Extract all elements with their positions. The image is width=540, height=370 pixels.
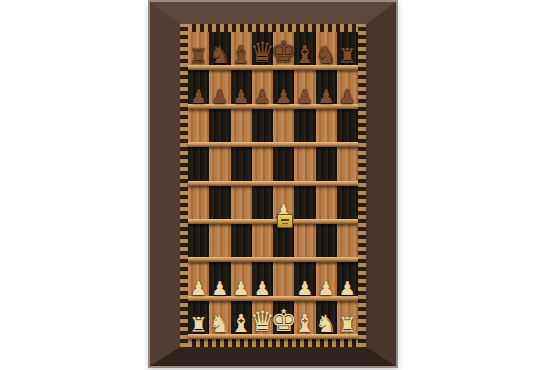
shelf-4 xyxy=(188,181,358,186)
shelf-3 xyxy=(188,142,358,147)
square-b2: ♟ xyxy=(209,262,230,300)
square-c2: ♟ xyxy=(231,262,252,300)
square-a7: ♟ xyxy=(188,70,209,108)
square-b1: ♞ xyxy=(209,301,230,339)
square-h2: ♟ xyxy=(337,262,358,300)
square-e1: ♚ xyxy=(273,301,294,339)
piece-black-pawn-c7: ♟ xyxy=(233,87,250,106)
square-e7: ♟ xyxy=(273,70,294,108)
square-g2: ♟ xyxy=(316,262,337,300)
square-h7: ♟ xyxy=(337,70,358,108)
piece-black-pawn-g7: ♟ xyxy=(318,87,335,106)
square-f7: ♟ xyxy=(294,70,315,108)
product-photo-vertical-chessboard: ♜♞♝♛♚♝♞♜♟♟♟♟♟♟♟♟♟♟♟♟♟♟♟♟♜♞♝♛♚♝♞♜ xyxy=(0,0,540,370)
shelf-6 xyxy=(188,257,358,262)
piece-white-rook-a1: ♜ xyxy=(189,315,208,336)
square-c7: ♟ xyxy=(231,70,252,108)
piece-white-knight-g1: ♞ xyxy=(315,312,337,336)
piece-white-pawn-g2: ♟ xyxy=(318,279,335,298)
piece-white-pawn-a2: ♟ xyxy=(190,279,207,298)
square-a8: ♜ xyxy=(188,32,209,70)
piece-black-pawn-e7: ♟ xyxy=(275,87,292,106)
piece-black-rook-h8: ♜ xyxy=(338,46,357,67)
piece-black-rook-a8: ♜ xyxy=(189,46,208,67)
chess-board: ♜♞♝♛♚♝♞♜♟♟♟♟♟♟♟♟♟♟♟♟♟♟♟♟♜♞♝♛♚♝♞♜ xyxy=(188,32,358,339)
square-b8: ♞ xyxy=(209,32,230,70)
piece-black-pawn-h7: ♟ xyxy=(339,87,356,106)
square-d7: ♟ xyxy=(252,70,273,108)
square-g1: ♞ xyxy=(316,301,337,339)
square-e8: ♚ xyxy=(273,32,294,70)
frame-outer-rim: ♜♞♝♛♚♝♞♜♟♟♟♟♟♟♟♟♟♟♟♟♟♟♟♟♜♞♝♛♚♝♞♜ xyxy=(148,0,398,368)
square-g8: ♞ xyxy=(316,32,337,70)
square-d2: ♟ xyxy=(252,262,273,300)
piece-black-knight-g8: ♞ xyxy=(315,43,337,67)
frame-content: ♜♞♝♛♚♝♞♜♟♟♟♟♟♟♟♟♟♟♟♟♟♟♟♟♜♞♝♛♚♝♞♜ xyxy=(180,24,366,347)
piece-black-pawn-b7: ♟ xyxy=(211,87,228,106)
bead-trim-right xyxy=(358,24,366,347)
square-g7: ♟ xyxy=(316,70,337,108)
plaque-engraving-line2 xyxy=(282,223,288,224)
bead-trim-left xyxy=(180,24,188,347)
piece-black-knight-b8: ♞ xyxy=(209,43,231,67)
piece-white-pawn-h2: ♟ xyxy=(339,279,356,298)
bead-trim-bottom xyxy=(180,339,366,347)
square-c8: ♝ xyxy=(231,32,252,70)
square-h8: ♜ xyxy=(337,32,358,70)
piece-white-pawn-d2: ♟ xyxy=(254,279,271,298)
piece-black-pawn-d7: ♟ xyxy=(254,87,271,106)
square-f1: ♝ xyxy=(294,301,315,339)
square-c1: ♝ xyxy=(231,301,252,339)
piece-white-knight-b1: ♞ xyxy=(209,312,231,336)
piece-white-bishop-f1: ♝ xyxy=(294,311,316,336)
piece-white-pawn-f2: ♟ xyxy=(296,279,313,298)
shelf-5 xyxy=(188,219,358,224)
square-f8: ♝ xyxy=(294,32,315,70)
brass-logo-plaque xyxy=(277,214,293,228)
square-h1: ♜ xyxy=(337,301,358,339)
picture-frame: ♜♞♝♛♚♝♞♜♟♟♟♟♟♟♟♟♟♟♟♟♟♟♟♟♜♞♝♛♚♝♞♜ xyxy=(150,2,396,366)
square-a1: ♜ xyxy=(188,301,209,339)
piece-black-bishop-f8: ♝ xyxy=(294,42,316,67)
piece-white-pawn-b2: ♟ xyxy=(211,279,228,298)
square-b7: ♟ xyxy=(209,70,230,108)
bead-trim-top xyxy=(180,24,366,32)
piece-white-pawn-c2: ♟ xyxy=(233,279,250,298)
piece-black-pawn-a7: ♟ xyxy=(190,87,207,106)
piece-white-rook-h1: ♜ xyxy=(338,315,357,336)
piece-black-pawn-f7: ♟ xyxy=(296,87,313,106)
square-a2: ♟ xyxy=(188,262,209,300)
plaque-engraving xyxy=(281,219,289,221)
square-f2: ♟ xyxy=(294,262,315,300)
